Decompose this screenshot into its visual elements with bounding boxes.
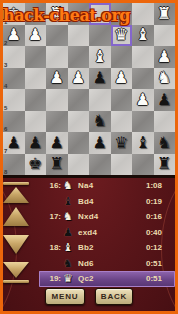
border-mark (175, 86, 178, 91)
move-time: 0:19 (146, 197, 162, 206)
square-h6[interactable]: 6 (3, 111, 25, 133)
square-b2[interactable]: ♝ (132, 25, 154, 47)
square-d6[interactable]: ♞ (89, 111, 111, 133)
move-row: 16:♞Na41:08 (39, 178, 175, 194)
square-d7[interactable]: ♟ (89, 132, 111, 154)
white-queen: ♛ (114, 27, 128, 43)
square-b3[interactable] (132, 46, 154, 68)
move-row: ♞Nd60:51 (39, 256, 175, 272)
triangle-up-icon (3, 187, 29, 203)
white-knight-icon: ♞ (61, 211, 75, 222)
square-g6[interactable] (25, 111, 47, 133)
move-number: 16: (39, 181, 61, 190)
move-row: ♝Bd40:19 (39, 194, 175, 210)
square-f2[interactable] (46, 25, 68, 47)
move-list[interactable]: 16:♞Na41:08♝Bd40:1917:♞Nxd40:16♟exd40:40… (39, 178, 175, 287)
move-time: 1:08 (146, 181, 162, 190)
square-c4[interactable]: ♟ (111, 68, 133, 90)
border-mark (0, 130, 3, 135)
square-e3[interactable] (68, 46, 90, 68)
square-a4[interactable]: ♞ (154, 68, 176, 90)
square-g4[interactable] (25, 68, 47, 90)
border-mark (0, 90, 3, 95)
square-a7[interactable]: ♞ (154, 132, 176, 154)
square-h3[interactable]: 3 (3, 46, 25, 68)
triangle-down-icon (3, 235, 29, 254)
move-notation: Bd4 (75, 197, 146, 206)
black-queen: ♛ (114, 135, 128, 151)
square-c7[interactable]: ♛ (111, 132, 133, 154)
back-button[interactable]: BACK (95, 288, 133, 305)
border-mark (0, 48, 3, 53)
black-bishop: ♝ (136, 135, 150, 151)
white-pawn: ♟ (28, 27, 42, 43)
white-knight: ♞ (157, 70, 171, 86)
white-pawn: ♟ (71, 70, 85, 86)
move-notation: Na4 (75, 181, 146, 190)
menu-button[interactable]: MENU (45, 288, 85, 305)
move-time: 0:40 (146, 228, 162, 237)
move-number: 17: (39, 212, 61, 221)
black-pawn: ♟ (93, 135, 107, 151)
black-knight: ♞ (157, 135, 171, 151)
square-f3[interactable] (46, 46, 68, 68)
square-f7[interactable]: ♟ (46, 132, 68, 154)
black-pawn: ♟ (93, 70, 107, 86)
border-mark (0, 30, 3, 35)
move-time: 0:16 (146, 212, 162, 221)
square-b8[interactable] (132, 154, 154, 176)
white-pawn: ♟ (157, 49, 171, 65)
square-h7[interactable]: ♟7 (3, 132, 25, 154)
move-notation: exd4 (75, 228, 146, 237)
square-b1[interactable] (132, 3, 154, 25)
square-e6[interactable] (68, 111, 90, 133)
move-number: 19: (39, 274, 61, 283)
move-time: 0:12 (146, 243, 162, 252)
square-c3[interactable] (111, 46, 133, 68)
black-pawn: ♟ (157, 92, 171, 108)
border-mark (0, 68, 3, 73)
triangle-down-icon (3, 262, 29, 278)
white-bishop-icon: ♝ (61, 242, 75, 253)
square-d8[interactable] (89, 154, 111, 176)
square-f4[interactable]: ♟ (46, 68, 68, 90)
square-e2[interactable] (68, 25, 90, 47)
black-pawn: ♟ (50, 135, 64, 151)
triangle-up-icon (3, 207, 29, 226)
white-pawn: ♟ (7, 27, 21, 43)
square-f6[interactable] (46, 111, 68, 133)
black-bishop-icon: ♝ (61, 196, 75, 207)
move-notation: Nxd4 (75, 212, 146, 221)
square-c8[interactable] (111, 154, 133, 176)
square-a2[interactable] (154, 25, 176, 47)
square-e4[interactable]: ♟ (68, 68, 90, 90)
square-g8[interactable]: ♚ (25, 154, 47, 176)
square-f5[interactable] (46, 89, 68, 111)
black-pawn: ♟ (28, 135, 42, 151)
white-queen-icon: ♛ (61, 273, 75, 284)
white-pawn: ♟ (136, 92, 150, 108)
square-g5[interactable] (25, 89, 47, 111)
square-a5[interactable]: ♟ (154, 89, 176, 111)
white-pawn: ♟ (114, 70, 128, 86)
move-notation: Bb2 (75, 243, 146, 252)
square-h8[interactable]: 8 (3, 154, 25, 176)
square-b7[interactable]: ♝ (132, 132, 154, 154)
scroll-top-bar-icon (3, 182, 29, 185)
square-b4[interactable] (132, 68, 154, 90)
square-b5[interactable]: ♟ (132, 89, 154, 111)
white-knight-icon: ♞ (61, 180, 75, 191)
black-king: ♚ (28, 156, 42, 172)
square-e5[interactable] (68, 89, 90, 111)
chess-board: ♚1♜♜♟2♟♛♝3♝♟4♟♟♟♟♞5♟♟6♞♟7♟♟♟♛♝♞8♚♜♜ (3, 3, 175, 175)
square-a8[interactable]: ♜ (154, 154, 176, 176)
square-d3[interactable]: ♝ (89, 46, 111, 68)
square-c5[interactable] (111, 89, 133, 111)
square-h4[interactable]: 4 (3, 68, 25, 90)
square-e8[interactable] (68, 154, 90, 176)
square-g2[interactable]: ♟ (25, 25, 47, 47)
black-knight: ♞ (93, 113, 107, 129)
white-bishop: ♝ (93, 49, 107, 65)
black-pawn-icon: ♟ (61, 227, 75, 238)
square-d4[interactable]: ♟ (89, 68, 111, 90)
square-h2[interactable]: ♟2 (3, 25, 25, 47)
watermark-text: hack-cheat.org (3, 6, 130, 25)
square-f8[interactable]: ♜ (46, 154, 68, 176)
black-rook: ♜ (157, 156, 171, 172)
black-rook: ♜ (50, 156, 64, 172)
black-pawn: ♟ (7, 135, 21, 151)
move-time: 0:51 (146, 274, 162, 283)
move-notation: Qc2 (75, 274, 146, 283)
square-c2[interactable]: ♛ (111, 25, 133, 47)
move-row: 17:♞Nxd40:16 (39, 209, 175, 225)
white-pawn: ♟ (50, 70, 64, 86)
scroll-up-button[interactable] (3, 207, 29, 226)
app-window: ♚1♜♜♟2♟♛♝3♝♟4♟♟♟♟♞5♟♟6♞♟7♟♟♟♛♝♞8♚♜♜ hack… (0, 0, 178, 314)
border-mark (0, 110, 3, 115)
square-d2[interactable] (89, 25, 111, 47)
square-h5[interactable]: 5 (3, 89, 25, 111)
move-number: 18: (39, 243, 61, 252)
white-bishop: ♝ (136, 27, 150, 43)
square-a6[interactable] (154, 111, 176, 133)
move-time: 0:51 (146, 259, 162, 268)
black-knight-icon: ♞ (61, 258, 75, 269)
square-c6[interactable] (111, 111, 133, 133)
move-row: 18:♝Bb20:12 (39, 240, 175, 256)
white-rook: ♜ (157, 6, 171, 22)
move-row: ♟exd40:40 (39, 225, 175, 241)
square-e7[interactable] (68, 132, 90, 154)
square-g7[interactable]: ♟ (25, 132, 47, 154)
square-d5[interactable] (89, 89, 111, 111)
square-b6[interactable] (132, 111, 154, 133)
square-a1[interactable]: ♜ (154, 3, 176, 25)
scroll-bottom-bar-icon (3, 280, 29, 283)
scroll-to-top-button[interactable] (3, 180, 29, 203)
scroll-down-button[interactable] (3, 235, 29, 254)
move-row: 19:♛Qc20:51 (39, 271, 175, 287)
move-notation: Nd6 (75, 259, 146, 268)
square-g3[interactable] (25, 46, 47, 68)
square-a3[interactable]: ♟ (154, 46, 176, 68)
scroll-to-bottom-button[interactable] (3, 262, 29, 285)
